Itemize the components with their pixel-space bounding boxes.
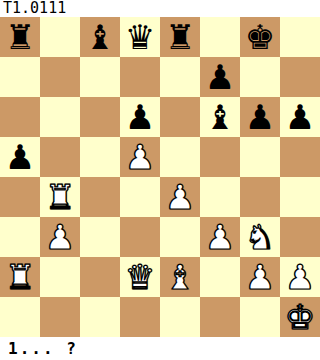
- square-d8[interactable]: ♛: [120, 17, 160, 57]
- square-e8[interactable]: ♜: [160, 17, 200, 57]
- square-d6[interactable]: ♟: [120, 97, 160, 137]
- square-a2[interactable]: ♜: [0, 257, 40, 297]
- white-pawn: ♟: [245, 257, 275, 297]
- square-g5[interactable]: [240, 137, 280, 177]
- white-pawn: ♟: [45, 217, 75, 257]
- square-f8[interactable]: [200, 17, 240, 57]
- square-b7[interactable]: [40, 57, 80, 97]
- square-b3[interactable]: ♟: [40, 217, 80, 257]
- square-g2[interactable]: ♟: [240, 257, 280, 297]
- square-e3[interactable]: [160, 217, 200, 257]
- square-c5[interactable]: [80, 137, 120, 177]
- square-h8[interactable]: [280, 17, 320, 57]
- square-c2[interactable]: [80, 257, 120, 297]
- square-f5[interactable]: [200, 137, 240, 177]
- white-knight: ♞: [245, 217, 275, 257]
- black-bishop: ♝: [85, 17, 115, 57]
- square-d2[interactable]: ♛: [120, 257, 160, 297]
- black-pawn: ♟: [285, 97, 315, 137]
- black-bishop: ♝: [205, 97, 235, 137]
- white-queen: ♛: [125, 257, 155, 297]
- square-d7[interactable]: [120, 57, 160, 97]
- square-c1[interactable]: [80, 297, 120, 337]
- square-c6[interactable]: [80, 97, 120, 137]
- move-prompt: 1... ?: [0, 337, 320, 360]
- square-g7[interactable]: [240, 57, 280, 97]
- white-bishop: ♝: [165, 257, 195, 297]
- square-f6[interactable]: ♝: [200, 97, 240, 137]
- square-e7[interactable]: [160, 57, 200, 97]
- square-g6[interactable]: ♟: [240, 97, 280, 137]
- square-a8[interactable]: ♜: [0, 17, 40, 57]
- white-pawn: ♟: [165, 177, 195, 217]
- white-rook: ♜: [5, 257, 35, 297]
- square-a1[interactable]: [0, 297, 40, 337]
- square-h4[interactable]: [280, 177, 320, 217]
- square-g4[interactable]: [240, 177, 280, 217]
- square-h2[interactable]: ♟: [280, 257, 320, 297]
- square-a7[interactable]: [0, 57, 40, 97]
- square-f1[interactable]: [200, 297, 240, 337]
- square-d3[interactable]: [120, 217, 160, 257]
- black-pawn: ♟: [205, 57, 235, 97]
- square-h7[interactable]: [280, 57, 320, 97]
- square-h5[interactable]: [280, 137, 320, 177]
- chess-board: ♜♝♛♜♚♟♟♝♟♟♟♟♜♟♟♟♞♜♛♝♟♟♚: [0, 17, 320, 337]
- white-rook: ♜: [45, 177, 75, 217]
- black-king: ♚: [245, 17, 275, 57]
- square-c4[interactable]: [80, 177, 120, 217]
- white-king: ♚: [285, 297, 315, 337]
- black-pawn: ♟: [245, 97, 275, 137]
- square-f4[interactable]: [200, 177, 240, 217]
- square-h6[interactable]: ♟: [280, 97, 320, 137]
- square-c8[interactable]: ♝: [80, 17, 120, 57]
- square-h1[interactable]: ♚: [280, 297, 320, 337]
- square-f7[interactable]: ♟: [200, 57, 240, 97]
- square-e1[interactable]: [160, 297, 200, 337]
- white-pawn: ♟: [285, 257, 315, 297]
- square-b6[interactable]: [40, 97, 80, 137]
- square-h3[interactable]: [280, 217, 320, 257]
- square-a5[interactable]: ♟: [0, 137, 40, 177]
- square-a3[interactable]: [0, 217, 40, 257]
- square-g1[interactable]: [240, 297, 280, 337]
- square-c7[interactable]: [80, 57, 120, 97]
- square-e4[interactable]: ♟: [160, 177, 200, 217]
- square-d4[interactable]: [120, 177, 160, 217]
- black-rook: ♜: [165, 17, 195, 57]
- square-b5[interactable]: [40, 137, 80, 177]
- black-rook: ♜: [5, 17, 35, 57]
- square-e5[interactable]: [160, 137, 200, 177]
- square-b2[interactable]: [40, 257, 80, 297]
- square-d5[interactable]: ♟: [120, 137, 160, 177]
- square-e6[interactable]: [160, 97, 200, 137]
- square-b4[interactable]: ♜: [40, 177, 80, 217]
- square-a6[interactable]: [0, 97, 40, 137]
- square-d1[interactable]: [120, 297, 160, 337]
- puzzle-title: T1.0111: [0, 0, 320, 17]
- square-g8[interactable]: ♚: [240, 17, 280, 57]
- square-c3[interactable]: [80, 217, 120, 257]
- black-pawn: ♟: [125, 97, 155, 137]
- black-pawn: ♟: [5, 137, 35, 177]
- square-g3[interactable]: ♞: [240, 217, 280, 257]
- square-b8[interactable]: [40, 17, 80, 57]
- square-f2[interactable]: [200, 257, 240, 297]
- square-f3[interactable]: ♟: [200, 217, 240, 257]
- white-pawn: ♟: [205, 217, 235, 257]
- square-b1[interactable]: [40, 297, 80, 337]
- white-pawn: ♟: [125, 137, 155, 177]
- square-e2[interactable]: ♝: [160, 257, 200, 297]
- black-queen: ♛: [125, 17, 155, 57]
- square-a4[interactable]: [0, 177, 40, 217]
